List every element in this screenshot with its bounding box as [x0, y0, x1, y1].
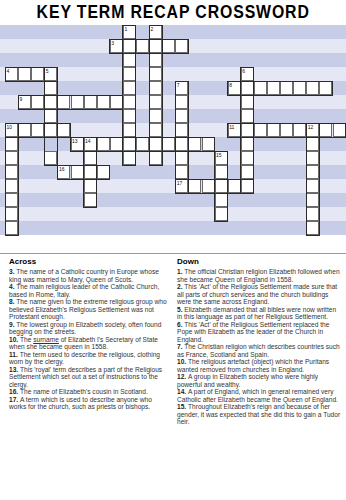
- grid-cell-r12c0[interactable]: [5, 193, 18, 207]
- grid-cell-r4c20[interactable]: [267, 81, 280, 95]
- grid-cell-r8c7[interactable]: [97, 137, 110, 151]
- grid-cell-r12c16[interactable]: [215, 193, 228, 207]
- down-clue-6: 6. This 'Act' of the Religious Settlemen…: [177, 321, 341, 344]
- grid-cell-r7c2[interactable]: [31, 123, 44, 137]
- grid-cell-r10c4[interactable]: [57, 165, 70, 179]
- grid-cell-r11c6[interactable]: [84, 179, 97, 193]
- grid-cell-r7c1[interactable]: [18, 123, 31, 137]
- grid-cell-r7c25[interactable]: [333, 123, 346, 137]
- grid-cell-r1c8[interactable]: [110, 39, 123, 53]
- grid-cell-r7c11[interactable]: [149, 123, 162, 137]
- grid-cell-r5c7[interactable]: [97, 95, 110, 109]
- across-clue-17: 17. A term which is used to describe any…: [9, 396, 170, 411]
- down-clue-2: 2. This 'Act' of the Religious Settlemen…: [177, 283, 341, 306]
- background-stripe: [0, 53, 346, 67]
- grid-cell-r7c24[interactable]: [319, 123, 332, 137]
- grid-cell-r10c6[interactable]: [84, 165, 97, 179]
- grid-cell-r10c16[interactable]: [215, 165, 228, 179]
- grid-cell-r10c23[interactable]: [306, 165, 319, 179]
- grid-cell-r5c2[interactable]: [31, 95, 44, 109]
- grid-cell-r3c0[interactable]: [5, 67, 18, 81]
- grid-cell-r5c13[interactable]: [175, 95, 188, 109]
- grid-cell-r9c9[interactable]: [123, 151, 136, 165]
- grid-cell-r4c21[interactable]: [280, 81, 293, 95]
- grid-cell-r3c11[interactable]: [149, 67, 162, 81]
- grid-cell-r8c13[interactable]: [175, 137, 188, 151]
- grid-cell-r7c22[interactable]: [293, 123, 306, 137]
- grid-cell-r10c7[interactable]: [97, 165, 110, 179]
- grid-cell-r9c11[interactable]: [149, 151, 162, 165]
- grid-cell-r13c16[interactable]: [215, 207, 228, 221]
- grid-cell-r11c23[interactable]: [306, 179, 319, 193]
- grid-cell-r1c12[interactable]: [162, 39, 175, 53]
- grid-cell-r4c11[interactable]: [149, 81, 162, 95]
- across-clue-3: 3. The name of a Catholic country in Eur…: [9, 268, 170, 283]
- grid-cell-r8c11[interactable]: [149, 137, 162, 151]
- grid-cell-r3c2[interactable]: [31, 67, 44, 81]
- grid-cell-r9c18[interactable]: [241, 151, 254, 165]
- grid-cell-r4c9[interactable]: [123, 81, 136, 95]
- grid-cell-r6c3[interactable]: [44, 109, 57, 123]
- grid-cell-r3c9[interactable]: [123, 67, 136, 81]
- down-clue-15: 15. Throughout Elizabeth's reign and bec…: [177, 403, 341, 426]
- background-stripe: [0, 165, 346, 179]
- grid-cell-r4c24[interactable]: [319, 81, 332, 95]
- grid-cell-r3c3[interactable]: [44, 67, 57, 81]
- grid-cell-r6c9[interactable]: [123, 109, 136, 123]
- grid-cell-r0c11[interactable]: [149, 25, 162, 39]
- down-clues: Down 1. The official Christian religion …: [177, 257, 341, 426]
- across-heading: Across: [9, 257, 170, 266]
- background-stripe: [0, 207, 346, 221]
- down-clue-1: 1. The official Christian religion Eliza…: [177, 268, 341, 283]
- grid-cell-r5c18[interactable]: [241, 95, 254, 109]
- background-stripe: [0, 25, 346, 39]
- across-clue-list: 3. The name of a Catholic country in Eur…: [9, 268, 170, 411]
- down-clue-list: 1. The official Christian religion Eliza…: [177, 268, 341, 426]
- grid-cell-r8c14[interactable]: [188, 137, 201, 151]
- grid-cell-r1c9[interactable]: [123, 39, 136, 53]
- grid-cell-r5c9[interactable]: [123, 95, 136, 109]
- grid-cell-r10c18[interactable]: [241, 165, 254, 179]
- crossword-grid: 1234567891011121314151617: [0, 0, 346, 235]
- grid-cell-r10c5[interactable]: [71, 165, 84, 179]
- down-clue-12: 12. A group in Elizabeth society who wer…: [177, 373, 341, 388]
- grid-cell-r7c17[interactable]: [228, 123, 241, 137]
- grid-cell-r5c1[interactable]: [18, 95, 31, 109]
- grid-cell-r5c11[interactable]: [149, 95, 162, 109]
- grid-cell-r14c23[interactable]: [306, 221, 319, 235]
- grid-cell-r4c18[interactable]: [241, 81, 254, 95]
- grid-cell-r7c18[interactable]: [241, 123, 254, 137]
- grid-cell-r14c0[interactable]: [5, 221, 18, 235]
- grid-cell-r8c23[interactable]: [306, 137, 319, 151]
- grid-cell-r9c16[interactable]: [215, 151, 228, 165]
- down-heading: Down: [177, 257, 341, 266]
- grid-cell-r1c11[interactable]: [149, 39, 162, 53]
- grid-cell-r7c23[interactable]: [306, 123, 319, 137]
- across-clues: Across 3. The name of a Catholic country…: [9, 257, 170, 411]
- grid-cell-r9c0[interactable]: [5, 151, 18, 165]
- down-clue-5: 5. Elizabeth demanded that all bibles we…: [177, 306, 341, 321]
- grid-cell-r2c9[interactable]: [123, 53, 136, 67]
- grid-cell-r9c23[interactable]: [306, 151, 319, 165]
- grid-cell-r7c20[interactable]: [267, 123, 280, 137]
- grid-cell-r11c14[interactable]: [188, 179, 201, 193]
- background-stripe: [0, 193, 346, 207]
- across-clue-11: 11. The term used to describe the religi…: [9, 351, 170, 366]
- grid-cell-r9c13[interactable]: [175, 151, 188, 165]
- grid-cell-r11c15[interactable]: [202, 179, 215, 193]
- grid-cell-r5c4[interactable]: [57, 95, 70, 109]
- grid-cell-r8c12[interactable]: [162, 137, 175, 151]
- background-stripe: [0, 221, 346, 235]
- grid-cell-r9c6[interactable]: [84, 151, 97, 165]
- grid-cell-r11c17[interactable]: [228, 179, 241, 193]
- grid-cell-r11c0[interactable]: [5, 179, 18, 193]
- grid-cell-r6c13[interactable]: [175, 109, 188, 123]
- grid-cell-r10c13[interactable]: [175, 165, 188, 179]
- grid-cell-r5c3[interactable]: [44, 95, 57, 109]
- down-clue-7: 7. The Christian religion which describe…: [177, 343, 341, 358]
- grid-cell-r7c21[interactable]: [280, 123, 293, 137]
- across-clue-4: 4. The main religious leader of the Cath…: [9, 283, 170, 298]
- grid-cell-r4c3[interactable]: [44, 81, 57, 95]
- grid-cell-r1c13[interactable]: [175, 39, 188, 53]
- across-clue-13: 13. This 'royal' term describes a part o…: [9, 366, 170, 389]
- grid-cell-r11c16[interactable]: [215, 179, 228, 193]
- grid-cell-r6c18[interactable]: [241, 109, 254, 123]
- grid-cell-r8c10[interactable]: [136, 137, 149, 151]
- across-clue-10: 10. The surname of Elizabeth I's Secreta…: [9, 336, 170, 351]
- grid-cell-r4c13[interactable]: [175, 81, 188, 95]
- grid-cell-r10c0[interactable]: [5, 165, 18, 179]
- down-clue-14: 14. A part of England, which in general …: [177, 388, 341, 403]
- background-stripe: [0, 179, 346, 193]
- grid-cell-r4c19[interactable]: [254, 81, 267, 95]
- grid-cell-r7c9[interactable]: [123, 123, 136, 137]
- grid-cell-r4c22[interactable]: [293, 81, 306, 95]
- grid-cell-r3c18[interactable]: [241, 67, 254, 81]
- grid-cell-r7c0[interactable]: [5, 123, 18, 137]
- grid-cell-r9c3[interactable]: [44, 151, 57, 165]
- grid-cell-r12c23[interactable]: [306, 193, 319, 207]
- grid-cell-r1c10[interactable]: [136, 39, 149, 53]
- grid-cell-r13c23[interactable]: [306, 207, 319, 221]
- grid-cell-r3c1[interactable]: [18, 67, 31, 81]
- grid-cell-r8c18[interactable]: [241, 137, 254, 151]
- across-clue-9: 9. The lowest group in Elizabeth society…: [9, 321, 170, 336]
- grid-cell-r5c8[interactable]: [110, 95, 123, 109]
- grid-cell-r8c6[interactable]: [84, 137, 97, 151]
- grid-cell-r11c18[interactable]: [241, 179, 254, 193]
- down-clue-10: 10. The religious artefact (object) whic…: [177, 358, 341, 373]
- grid-cell-r7c19[interactable]: [254, 123, 267, 137]
- grid-cell-r5c6[interactable]: [84, 95, 97, 109]
- grid-cell-r8c8[interactable]: [110, 137, 123, 151]
- grid-cell-r13c0[interactable]: [5, 207, 18, 221]
- grid-cell-r7c4[interactable]: [57, 123, 70, 137]
- grid-cell-r8c15[interactable]: [202, 137, 215, 151]
- grid-cell-r7c3[interactable]: [44, 123, 57, 137]
- grid-cell-r8c9[interactable]: [123, 137, 136, 151]
- grid-cell-r5c5[interactable]: [71, 95, 84, 109]
- grid-cell-r8c0[interactable]: [5, 137, 18, 151]
- grid-cell-r4c23[interactable]: [306, 81, 319, 95]
- grid-cell-r4c17[interactable]: [228, 81, 241, 95]
- grid-cell-r8c5[interactable]: [71, 137, 84, 151]
- across-clue-8: 8. The name given to the extreme religio…: [9, 298, 170, 321]
- grid-cell-r7c13[interactable]: [175, 123, 188, 137]
- grid-cell-r0c9[interactable]: [123, 25, 136, 39]
- grid-cell-r2c11[interactable]: [149, 53, 162, 67]
- section-divider: [0, 253, 346, 254]
- grid-cell-r11c13[interactable]: [175, 179, 188, 193]
- grid-cell-r6c11[interactable]: [149, 109, 162, 123]
- across-clue-16: 16. The name of Elizabeth's cousin in Sc…: [9, 388, 170, 396]
- grid-cell-r12c6[interactable]: [84, 193, 97, 207]
